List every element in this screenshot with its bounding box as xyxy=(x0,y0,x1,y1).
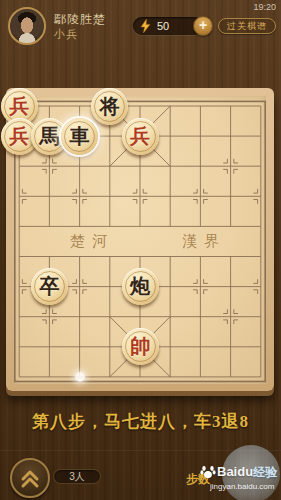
add-energy-button[interactable]: + xyxy=(193,16,213,36)
player-avatar[interactable] xyxy=(8,7,46,45)
board-surface[interactable]: 楚河 漢界 兵将兵馬車兵卒炮帥 xyxy=(14,96,266,384)
player-name: 鄢陵胜楚 xyxy=(54,11,106,28)
baidu-paw-icon xyxy=(200,464,216,480)
move-caption: 第八步，马七进八，车3退8 xyxy=(0,410,281,433)
app-screen: 19:20 鄢陵胜楚 小兵 50 + 过关棋谱 楚河 漢界 兵将兵馬車兵卒炮帥 … xyxy=(0,0,281,500)
double-chevron-up-icon xyxy=(12,460,48,496)
river-label-chu: 楚河 xyxy=(70,232,114,251)
last-move-origin-marker xyxy=(75,372,85,382)
watermark-brand: Baidu xyxy=(217,464,253,479)
footer-bar: 3人 步数 Baidu经验 jingyan.baidu.com xyxy=(0,450,281,500)
level-manual-button[interactable]: 过关棋谱 xyxy=(218,18,276,34)
piece-車[interactable]: 車 xyxy=(61,118,98,155)
xiangqi-board-frame: 楚河 漢界 兵将兵馬車兵卒炮帥 xyxy=(6,88,274,391)
river-label-han: 漢界 xyxy=(182,232,226,251)
status-time: 19:20 xyxy=(253,2,276,12)
piece-帥[interactable]: 帥 xyxy=(122,328,159,365)
piece-卒[interactable]: 卒 xyxy=(31,268,68,305)
watermark-brand-suffix: 经验 xyxy=(253,465,277,479)
expand-menu-button[interactable] xyxy=(10,458,50,498)
piece-炮[interactable]: 炮 xyxy=(122,268,159,305)
piece-将[interactable]: 将 xyxy=(91,88,128,125)
energy-value: 50 xyxy=(157,17,169,35)
players-count-badge: 3人 xyxy=(53,469,101,484)
watermark-logo: Baidu经验 xyxy=(200,462,277,480)
piece-兵[interactable]: 兵 xyxy=(122,118,159,155)
player-rank: 小兵 xyxy=(54,27,78,42)
watermark-url: jingyan.baidu.com xyxy=(210,482,274,491)
lightning-icon xyxy=(140,19,151,33)
